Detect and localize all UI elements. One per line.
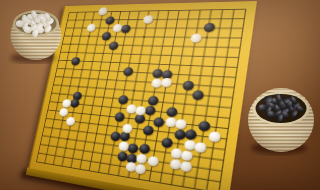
black-stones-bowl	[244, 80, 320, 156]
white-stones-bowl	[6, 2, 68, 64]
photo-scene	[0, 0, 320, 190]
